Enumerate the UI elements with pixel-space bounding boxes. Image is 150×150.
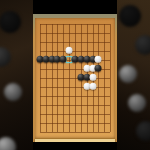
background-stone <box>119 5 141 27</box>
white-stone <box>95 56 102 63</box>
white-stone <box>89 83 96 90</box>
board-cell[interactable] <box>107 91 113 100</box>
background-stone <box>0 137 16 150</box>
board-grid[interactable] <box>37 20 113 136</box>
background-stone <box>128 94 146 112</box>
white-stone <box>89 74 96 81</box>
board-cell[interactable] <box>107 127 113 136</box>
background-stone <box>119 65 137 83</box>
board-cell[interactable] <box>107 20 113 29</box>
black-stone <box>60 56 67 63</box>
video-frame <box>0 0 150 150</box>
black-stone <box>95 65 102 72</box>
board-front-edge <box>35 138 115 142</box>
go-board <box>35 18 115 142</box>
background-stone <box>135 35 150 55</box>
background-stone <box>0 11 21 33</box>
board-cell[interactable] <box>107 118 113 127</box>
board-cell[interactable] <box>107 74 113 83</box>
game-scene <box>33 14 117 142</box>
background-stone <box>4 83 22 101</box>
board-cell[interactable] <box>107 29 113 38</box>
background-stone <box>0 47 11 67</box>
board-cell[interactable] <box>107 65 113 74</box>
board-cell[interactable] <box>107 47 113 56</box>
board-cell[interactable] <box>107 38 113 47</box>
board-cell[interactable] <box>107 56 113 65</box>
go-board-surface <box>35 18 115 138</box>
blurred-background-left <box>0 0 33 150</box>
board-cell[interactable] <box>107 100 113 109</box>
board-cell[interactable] <box>107 82 113 91</box>
blurred-background-right <box>117 0 150 150</box>
video-strip <box>33 0 117 150</box>
white-stone <box>66 47 73 54</box>
board-cell[interactable] <box>107 109 113 118</box>
background-stone <box>136 121 150 141</box>
